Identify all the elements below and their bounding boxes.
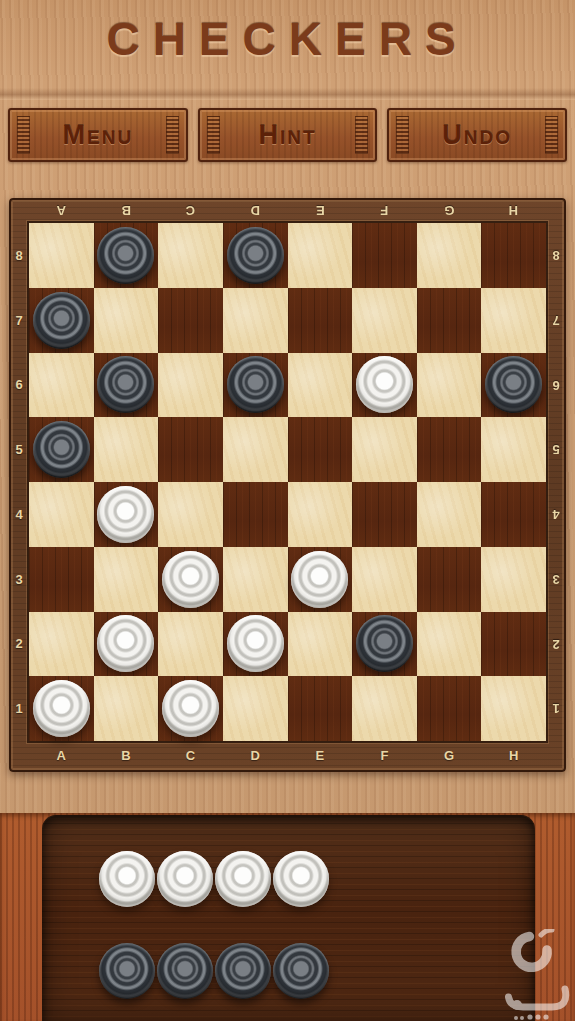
rank-label-right-6: 6 bbox=[546, 353, 566, 418]
piece-black-A5[interactable] bbox=[33, 421, 90, 478]
square-D6[interactable] bbox=[223, 353, 288, 418]
captured-piece-black bbox=[273, 943, 329, 999]
square-H7[interactable] bbox=[481, 288, 546, 353]
file-label-bottom-H: H bbox=[481, 741, 546, 772]
file-label-bottom-F: F bbox=[352, 741, 417, 772]
piece-black-D8[interactable] bbox=[227, 227, 284, 284]
board-squares bbox=[29, 223, 546, 741]
rank-labels-right: 87654321 bbox=[546, 223, 566, 741]
captured-black-row bbox=[99, 943, 331, 999]
hint-button-label: Hint bbox=[258, 120, 316, 151]
square-B3[interactable] bbox=[94, 547, 159, 612]
tray-panel bbox=[42, 815, 535, 1021]
square-F5[interactable] bbox=[352, 417, 417, 482]
app-title: CHECKERS bbox=[0, 12, 575, 66]
menu-button[interactable]: Menu bbox=[8, 108, 188, 162]
piece-black-F2[interactable] bbox=[356, 615, 413, 672]
square-A5[interactable] bbox=[29, 417, 94, 482]
square-A4[interactable] bbox=[29, 482, 94, 547]
hint-button[interactable]: Hint bbox=[198, 108, 378, 162]
square-E7[interactable] bbox=[288, 288, 353, 353]
square-F1[interactable] bbox=[352, 676, 417, 741]
square-H1[interactable] bbox=[481, 676, 546, 741]
square-E5[interactable] bbox=[288, 417, 353, 482]
header-divider bbox=[0, 88, 575, 100]
file-label-bottom-E: E bbox=[288, 741, 353, 772]
checkers-board: ABCDEFGH ABCDEFGH 87654321 87654321 bbox=[9, 198, 566, 772]
rank-label-left-6: 6 bbox=[9, 353, 29, 418]
captured-piece-black bbox=[157, 943, 213, 999]
undo-button-label: Undo bbox=[442, 120, 512, 151]
square-C7[interactable] bbox=[158, 288, 223, 353]
rank-label-left-2: 2 bbox=[9, 612, 29, 677]
square-A8[interactable] bbox=[29, 223, 94, 288]
square-B7[interactable] bbox=[94, 288, 159, 353]
square-C3[interactable] bbox=[158, 547, 223, 612]
rank-label-right-8: 8 bbox=[546, 223, 566, 288]
checkers-app: CHECKERS Menu Hint Undo ABCDEFGH ABCDEFG… bbox=[0, 0, 575, 1021]
square-G4[interactable] bbox=[417, 482, 482, 547]
square-E3[interactable] bbox=[288, 547, 353, 612]
square-A2[interactable] bbox=[29, 612, 94, 677]
square-A3[interactable] bbox=[29, 547, 94, 612]
square-H2[interactable] bbox=[481, 612, 546, 677]
file-label-top-D: D bbox=[223, 198, 288, 223]
captured-piece-white bbox=[157, 851, 213, 907]
square-B4[interactable] bbox=[94, 482, 159, 547]
square-G7[interactable] bbox=[417, 288, 482, 353]
captured-piece-white bbox=[99, 851, 155, 907]
square-E6[interactable] bbox=[288, 353, 353, 418]
square-C4[interactable] bbox=[158, 482, 223, 547]
captured-pieces-tray bbox=[0, 813, 575, 1021]
rank-label-left-5: 5 bbox=[9, 417, 29, 482]
rank-label-left-8: 8 bbox=[9, 223, 29, 288]
file-label-top-A: A bbox=[29, 198, 94, 223]
square-F7[interactable] bbox=[352, 288, 417, 353]
square-G2[interactable] bbox=[417, 612, 482, 677]
piece-black-A7[interactable] bbox=[33, 292, 90, 349]
rank-label-right-7: 7 bbox=[546, 288, 566, 353]
file-label-bottom-D: D bbox=[223, 741, 288, 772]
captured-piece-white bbox=[273, 851, 329, 907]
square-H6[interactable] bbox=[481, 353, 546, 418]
file-label-bottom-B: B bbox=[94, 741, 159, 772]
rank-label-right-2: 2 bbox=[546, 612, 566, 677]
square-G1[interactable] bbox=[417, 676, 482, 741]
file-label-top-E: E bbox=[288, 198, 353, 223]
square-G5[interactable] bbox=[417, 417, 482, 482]
square-G8[interactable] bbox=[417, 223, 482, 288]
rank-label-right-1: 1 bbox=[546, 676, 566, 741]
square-H8[interactable] bbox=[481, 223, 546, 288]
piece-white-C1[interactable] bbox=[162, 680, 219, 737]
square-H3[interactable] bbox=[481, 547, 546, 612]
file-label-top-H: H bbox=[481, 198, 546, 223]
square-H4[interactable] bbox=[481, 482, 546, 547]
piece-white-B2[interactable] bbox=[97, 615, 154, 672]
square-C8[interactable] bbox=[158, 223, 223, 288]
captured-piece-black bbox=[99, 943, 155, 999]
square-G3[interactable] bbox=[417, 547, 482, 612]
file-label-bottom-A: A bbox=[29, 741, 94, 772]
file-label-top-F: F bbox=[352, 198, 417, 223]
square-B2[interactable] bbox=[94, 612, 159, 677]
captured-white-row bbox=[99, 851, 331, 907]
square-E4[interactable] bbox=[288, 482, 353, 547]
piece-black-H6[interactable] bbox=[485, 356, 542, 413]
captured-piece-black bbox=[215, 943, 271, 999]
square-C1[interactable] bbox=[158, 676, 223, 741]
piece-white-D2[interactable] bbox=[227, 615, 284, 672]
square-D4[interactable] bbox=[223, 482, 288, 547]
file-label-bottom-C: C bbox=[158, 741, 223, 772]
rank-label-left-3: 3 bbox=[9, 547, 29, 612]
piece-white-C3[interactable] bbox=[162, 551, 219, 608]
rank-label-right-5: 5 bbox=[546, 417, 566, 482]
square-F6[interactable] bbox=[352, 353, 417, 418]
file-label-top-B: B bbox=[94, 198, 159, 223]
piece-white-A1[interactable] bbox=[33, 680, 90, 737]
square-A7[interactable] bbox=[29, 288, 94, 353]
menu-button-label: Menu bbox=[63, 120, 134, 151]
piece-black-D6[interactable] bbox=[227, 356, 284, 413]
rank-label-right-4: 4 bbox=[546, 482, 566, 547]
square-C2[interactable] bbox=[158, 612, 223, 677]
captured-piece-white bbox=[215, 851, 271, 907]
square-D7[interactable] bbox=[223, 288, 288, 353]
square-B5[interactable] bbox=[94, 417, 159, 482]
piece-white-E3[interactable] bbox=[291, 551, 348, 608]
square-F8[interactable] bbox=[352, 223, 417, 288]
square-E2[interactable] bbox=[288, 612, 353, 677]
square-D5[interactable] bbox=[223, 417, 288, 482]
square-D2[interactable] bbox=[223, 612, 288, 677]
square-A6[interactable] bbox=[29, 353, 94, 418]
rank-label-left-1: 1 bbox=[9, 676, 29, 741]
square-B6[interactable] bbox=[94, 353, 159, 418]
square-E1[interactable] bbox=[288, 676, 353, 741]
square-D1[interactable] bbox=[223, 676, 288, 741]
square-F3[interactable] bbox=[352, 547, 417, 612]
piece-black-B6[interactable] bbox=[97, 356, 154, 413]
file-labels-top: ABCDEFGH bbox=[29, 198, 546, 223]
piece-white-F6[interactable] bbox=[356, 356, 413, 413]
rank-label-left-7: 7 bbox=[9, 288, 29, 353]
square-G6[interactable] bbox=[417, 353, 482, 418]
square-E8[interactable] bbox=[288, 223, 353, 288]
undo-button[interactable]: Undo bbox=[387, 108, 567, 162]
file-label-top-C: C bbox=[158, 198, 223, 223]
sibche-logo-watermark-icon bbox=[494, 929, 572, 1021]
square-B1[interactable] bbox=[94, 676, 159, 741]
rank-labels-left: 87654321 bbox=[9, 223, 29, 741]
square-H5[interactable] bbox=[481, 417, 546, 482]
square-F4[interactable] bbox=[352, 482, 417, 547]
file-label-top-G: G bbox=[417, 198, 482, 223]
file-labels-bottom: ABCDEFGH bbox=[29, 741, 546, 772]
piece-black-B8[interactable] bbox=[97, 227, 154, 284]
toolbar: Menu Hint Undo bbox=[8, 108, 567, 162]
rank-label-right-3: 3 bbox=[546, 547, 566, 612]
square-D8[interactable] bbox=[223, 223, 288, 288]
square-D3[interactable] bbox=[223, 547, 288, 612]
piece-white-B4[interactable] bbox=[97, 486, 154, 543]
file-label-bottom-G: G bbox=[417, 741, 482, 772]
square-C6[interactable] bbox=[158, 353, 223, 418]
square-F2[interactable] bbox=[352, 612, 417, 677]
square-C5[interactable] bbox=[158, 417, 223, 482]
square-A1[interactable] bbox=[29, 676, 94, 741]
square-B8[interactable] bbox=[94, 223, 159, 288]
rank-label-left-4: 4 bbox=[9, 482, 29, 547]
